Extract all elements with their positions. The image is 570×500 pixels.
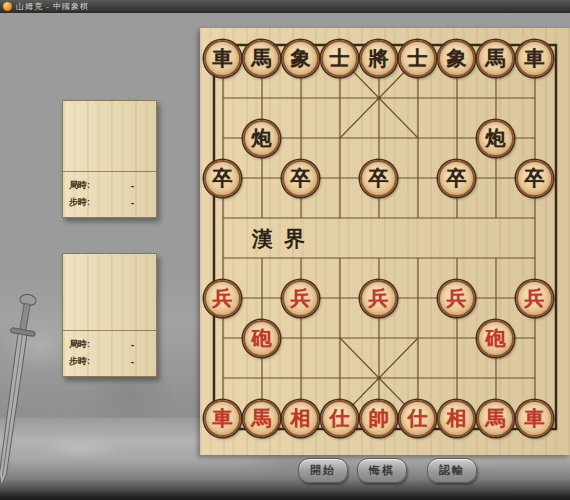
xiangqi-board[interactable]: 漢界 楚河 車馬象士將士象馬車炮炮卒卒卒卒卒兵兵兵兵兵砲砲車馬相仕帥仕相馬車 — [200, 28, 570, 455]
piece-red-車[interactable]: 車 — [516, 400, 553, 437]
black-clock-panel: 局時: - 步時: - — [62, 100, 157, 218]
app-icon — [3, 2, 12, 11]
piece-black-象[interactable]: 象 — [438, 40, 475, 77]
game-time-value: - — [131, 180, 134, 191]
piece-black-馬[interactable]: 馬 — [243, 40, 280, 77]
piece-black-士[interactable]: 士 — [321, 40, 358, 77]
window-title: 山姆克 - 中國象棋 — [16, 1, 89, 12]
piece-red-兵[interactable]: 兵 — [204, 280, 241, 317]
piece-black-將[interactable]: 將 — [360, 40, 397, 77]
piece-red-兵[interactable]: 兵 — [360, 280, 397, 317]
piece-red-兵[interactable]: 兵 — [438, 280, 475, 317]
piece-black-車[interactable]: 車 — [516, 40, 553, 77]
title-bar: 山姆克 - 中國象棋 — [0, 0, 570, 13]
game-time-label: 局時: — [69, 338, 90, 351]
piece-black-士[interactable]: 士 — [399, 40, 436, 77]
piece-black-炮[interactable]: 炮 — [477, 120, 514, 157]
piece-red-車[interactable]: 車 — [204, 400, 241, 437]
red-clock-rows: 局時: - 步時: - — [63, 330, 156, 376]
game-time-value: - — [131, 339, 134, 350]
piece-red-帥[interactable]: 帥 — [360, 400, 397, 437]
undo-button[interactable]: 悔棋 — [357, 458, 407, 483]
piece-red-兵[interactable]: 兵 — [282, 280, 319, 317]
red-game-time-row: 局時: - — [69, 336, 150, 353]
move-time-value: - — [131, 356, 134, 367]
piece-red-馬[interactable]: 馬 — [477, 400, 514, 437]
piece-black-卒[interactable]: 卒 — [360, 160, 397, 197]
piece-red-仕[interactable]: 仕 — [321, 400, 358, 437]
black-move-time-row: 步時: - — [69, 194, 150, 211]
piece-black-炮[interactable]: 炮 — [243, 120, 280, 157]
red-move-time-row: 步時: - — [69, 353, 150, 370]
start-button[interactable]: 開始 — [298, 458, 348, 483]
piece-red-馬[interactable]: 馬 — [243, 400, 280, 437]
piece-red-仕[interactable]: 仕 — [399, 400, 436, 437]
black-game-time-row: 局時: - — [69, 177, 150, 194]
piece-red-相[interactable]: 相 — [282, 400, 319, 437]
piece-black-車[interactable]: 車 — [204, 40, 241, 77]
piece-red-相[interactable]: 相 — [438, 400, 475, 437]
black-clock-rows: 局時: - 步時: - — [63, 171, 156, 217]
move-time-value: - — [131, 197, 134, 208]
piece-grid[interactable]: 車馬象士將士象馬車炮炮卒卒卒卒卒兵兵兵兵兵砲砲車馬相仕帥仕相馬車 — [203, 38, 554, 438]
piece-black-卒[interactable]: 卒 — [282, 160, 319, 197]
game-window: 山姆克 - 中國象棋 局時: - 步時: - 局時: - — [0, 0, 570, 500]
piece-black-馬[interactable]: 馬 — [477, 40, 514, 77]
red-clock-panel: 局時: - 步時: - — [62, 253, 157, 377]
piece-black-卒[interactable]: 卒 — [204, 160, 241, 197]
game-time-label: 局時: — [69, 179, 90, 192]
resign-button[interactable]: 認輸 — [427, 458, 477, 483]
piece-red-兵[interactable]: 兵 — [516, 280, 553, 317]
piece-black-卒[interactable]: 卒 — [516, 160, 553, 197]
piece-red-砲[interactable]: 砲 — [243, 320, 280, 357]
piece-black-卒[interactable]: 卒 — [438, 160, 475, 197]
piece-red-砲[interactable]: 砲 — [477, 320, 514, 357]
move-time-label: 步時: — [69, 355, 90, 368]
piece-black-象[interactable]: 象 — [282, 40, 319, 77]
move-time-label: 步時: — [69, 196, 90, 209]
